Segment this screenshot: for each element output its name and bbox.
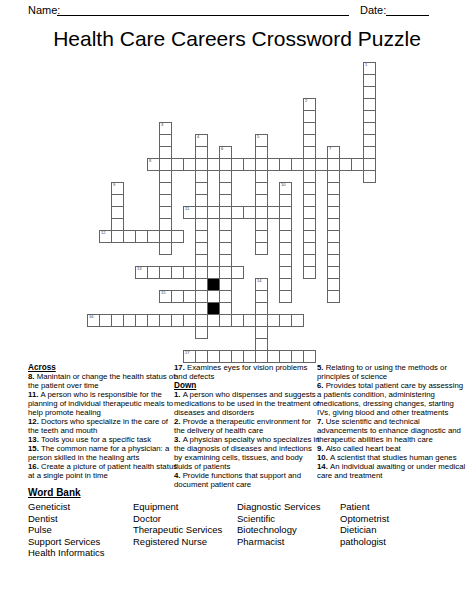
date-field-label: Date: <box>360 4 386 16</box>
word-bank-item: pathologist <box>340 536 389 548</box>
clue-down-10: 10. A scientist that studies human genes <box>317 453 469 462</box>
word-bank-item: Biotechnology <box>237 524 320 536</box>
clue-down-14: 14. An individual awaiting or under medi… <box>317 462 469 480</box>
clue-number-9: 9 <box>113 183 115 187</box>
clue-number-3: 3 <box>161 123 163 127</box>
clue-number-15: 15 <box>161 291 166 295</box>
clue-number-5: 5 <box>257 135 259 139</box>
grid-cell[interactable] <box>231 266 244 279</box>
clue-down-7: 7. Use scientific and technical advancem… <box>317 417 469 444</box>
word-bank-item: Therapeutic Services <box>133 524 222 536</box>
word-bank-item: Optometrist <box>340 513 389 525</box>
word-bank-item: Health Informatics <box>28 547 105 559</box>
clue-down-3: 3. A physician specialty who specializes… <box>174 435 320 471</box>
clue-number-13: 13 <box>137 267 142 271</box>
page-title: Health Care Careers Crossword Puzzle <box>0 27 474 51</box>
grid-cell[interactable] <box>363 170 376 183</box>
word-bank-item: Pulse <box>28 524 105 536</box>
word-bank-item: Patient <box>340 501 389 513</box>
word-bank-column-3: Diagnostic ServicesScientificBiotechnolo… <box>237 501 320 547</box>
clue-down-2: 2. Provde a therapeutic environment for … <box>174 417 320 435</box>
clue-down-5: 5. Relating to or using the methods or p… <box>317 363 469 381</box>
word-bank-item: Registered Nurse <box>133 536 222 548</box>
word-bank-item: Geneticist <box>28 501 105 513</box>
clue-number-1: 1 <box>365 63 367 67</box>
clue-across-11: 11. A person who is responsible for the … <box>28 390 178 417</box>
grid-cell[interactable] <box>327 290 340 303</box>
across-heading: Across <box>28 363 178 372</box>
grid-cell[interactable] <box>255 242 268 255</box>
word-bank-item: Diagnostic Services <box>237 501 320 513</box>
name-field-label: Name: <box>28 4 60 16</box>
crossword-grid: 1234567891011121314151617 <box>87 62 377 364</box>
word-bank-item: Dentist <box>28 513 105 525</box>
clue-number-8: 8 <box>149 159 151 163</box>
grid-cell[interactable] <box>159 242 172 255</box>
clue-number-6: 6 <box>221 147 223 151</box>
clue-down-9: 9. Also called heart beat <box>317 444 469 453</box>
word-bank-item: Scientific <box>237 513 320 525</box>
word-bank-item: Support Services <box>28 536 105 548</box>
word-bank-heading: Word Bank <box>28 487 474 498</box>
clue-number-17: 17 <box>185 351 190 355</box>
clue-number-14: 14 <box>257 279 262 283</box>
clues-column-right: 5. Relating to or using the methods or p… <box>317 363 469 480</box>
word-bank-item: Doctor <box>133 513 222 525</box>
clues-column-middle: 17. Examines eyes for vision problems an… <box>174 363 320 489</box>
clue-number-4: 4 <box>197 135 199 139</box>
clues-column-left: Across8. Manintain or change the health … <box>28 363 178 480</box>
clue-across-15: 15. The common name for a physician: a p… <box>28 444 178 462</box>
down-heading: Down <box>174 381 320 390</box>
clue-number-10: 10 <box>281 183 286 187</box>
word-bank: Word Bank GeneticistDentistPulseSupport … <box>28 487 474 567</box>
grid-cell[interactable] <box>303 266 316 279</box>
clue-number-11: 11 <box>185 207 189 211</box>
clue-across-17: 17. Examines eyes for vision problems an… <box>174 363 320 381</box>
clue-number-7: 7 <box>329 147 331 151</box>
clue-across-13: 13. Tools you use for a specific task <box>28 435 178 444</box>
clue-across-8: 8. Manintain or change the health status… <box>28 372 178 390</box>
grid-cell[interactable] <box>291 314 304 327</box>
grid-cell[interactable] <box>279 290 292 303</box>
name-field-line[interactable] <box>57 1 349 16</box>
clue-across-12: 12. Doctors who specialize in the care o… <box>28 417 178 435</box>
word-bank-column-2: EquipmentDoctorTherapeutic ServicesRegis… <box>133 501 222 547</box>
grid-cell[interactable] <box>171 230 184 243</box>
word-bank-column-4: PatientOptometristDieticianpathologist <box>340 501 389 547</box>
word-bank-item: Pharmacist <box>237 536 320 548</box>
clue-number-12: 12 <box>101 231 106 235</box>
clue-number-2: 2 <box>305 99 307 103</box>
clue-down-1: 1. A person who dispenses and suggests m… <box>174 390 320 417</box>
word-bank-item: Dietician <box>340 524 389 536</box>
date-field-line[interactable] <box>386 1 429 16</box>
grid-cell[interactable] <box>195 326 208 339</box>
grid-cell[interactable] <box>303 350 316 363</box>
clue-across-16: 16. Create a picture of patient health s… <box>28 462 178 480</box>
clue-number-16: 16 <box>89 315 94 319</box>
word-bank-column-1: GeneticistDentistPulseSupport ServicesHe… <box>28 501 105 559</box>
clue-down-6: 6. Provides total patient care by assess… <box>317 381 469 417</box>
word-bank-item: Equipment <box>133 501 222 513</box>
worksheet-page: Name: Date: Health Care Careers Crosswor… <box>0 0 474 613</box>
